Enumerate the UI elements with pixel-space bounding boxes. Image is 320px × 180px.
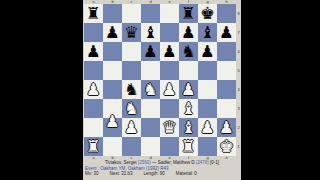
square-a6[interactable]: ♟ xyxy=(84,42,103,61)
white-rook-piece: ♜ xyxy=(179,137,198,156)
black-pawn-piece: ♟ xyxy=(84,42,103,61)
square-b4[interactable] xyxy=(103,80,122,99)
white-bishop-piece: ♝ xyxy=(179,118,198,137)
white-pawn-piece: ♟ xyxy=(160,80,179,99)
square-a7[interactable] xyxy=(84,23,103,42)
white-pawn-piece: ♟ xyxy=(84,80,103,99)
black-bishop-piece: ♝ xyxy=(198,23,217,42)
square-d2[interactable] xyxy=(141,118,160,137)
white-bishop-piece: ♝ xyxy=(179,99,198,118)
square-h1[interactable]: ♚ xyxy=(217,137,236,156)
black-rook-piece: ♜ xyxy=(179,4,198,23)
square-g6[interactable]: ♟ xyxy=(198,42,217,61)
black-player-rating: (2470) xyxy=(196,160,209,165)
square-h6[interactable] xyxy=(217,42,236,61)
move-counter: Mv: 30 xyxy=(85,171,99,177)
rank-label-2: 2 xyxy=(236,125,241,130)
white-king-piece: ♚ xyxy=(217,137,236,156)
square-f3[interactable]: ♝ xyxy=(179,99,198,118)
square-c7[interactable]: ♛ xyxy=(122,23,141,42)
white-pawn-piece: ♟ xyxy=(198,118,217,137)
square-h2[interactable]: ♟ xyxy=(217,118,236,137)
square-b7[interactable]: ♟ xyxy=(103,23,122,42)
square-g8[interactable]: ♚ xyxy=(198,4,217,23)
white-knight-piece: ♞ xyxy=(122,99,141,118)
square-f8[interactable]: ♜ xyxy=(179,4,198,23)
square-e2[interactable]: ♛ xyxy=(160,118,179,137)
square-d7[interactable]: ♝ xyxy=(141,23,160,42)
white-player-name: Tiviakov, Sergei xyxy=(105,160,137,165)
square-f5[interactable] xyxy=(179,61,198,80)
chess-board[interactable]: ♜♜♚♟♛♝♟♝♟♟♟♟♞♟♟♞♞♟♟♞♝♟♟♛♝♟♟♜♜♚ xyxy=(84,4,236,156)
square-d8[interactable] xyxy=(141,4,160,23)
status-line: Mv: 30 Next: 31.b3 Length: 90 Material: … xyxy=(85,171,239,177)
square-d3[interactable] xyxy=(141,99,160,118)
square-c1[interactable] xyxy=(122,137,141,156)
white-knight-piece: ♞ xyxy=(141,80,160,99)
square-e5[interactable] xyxy=(160,61,179,80)
game-result: [0-1] xyxy=(210,160,219,165)
square-c8[interactable] xyxy=(122,4,141,23)
white-pawn-piece: ♟ xyxy=(179,80,198,99)
square-d6[interactable]: ♟ xyxy=(141,42,160,61)
black-rook-piece: ♜ xyxy=(84,4,103,23)
square-h4[interactable] xyxy=(217,80,236,99)
square-h7[interactable]: ♟ xyxy=(217,23,236,42)
players-separator: — xyxy=(152,160,157,165)
chess-gui-panel: abcdefgh ♜♜♚♟♛♝♟♝♟♟♟♟♞♟♟♞♞♟♟♞♝♟♟♛♝♟♟♜♜♚ … xyxy=(83,0,241,180)
material-balance: Material: 0 xyxy=(176,171,197,177)
square-f1[interactable]: ♜ xyxy=(179,137,198,156)
square-f2[interactable]: ♝ xyxy=(179,118,198,137)
black-king-piece: ♚ xyxy=(198,4,217,23)
game-caption: Tiviakov, Sergei (2560) — Sadler, Matthe… xyxy=(85,160,239,176)
square-g3[interactable] xyxy=(198,99,217,118)
rank-label-5: 5 xyxy=(236,68,241,73)
square-h8[interactable] xyxy=(217,4,236,23)
square-e6[interactable]: ♟ xyxy=(160,42,179,61)
next-move: Next: 31.b3 xyxy=(110,171,133,177)
square-g7[interactable]: ♝ xyxy=(198,23,217,42)
square-a3[interactable] xyxy=(84,99,103,118)
square-h5[interactable] xyxy=(217,61,236,80)
square-a5[interactable] xyxy=(84,61,103,80)
square-c4[interactable]: ♞ xyxy=(122,80,141,99)
black-pawn-piece: ♟ xyxy=(160,42,179,61)
square-c6[interactable] xyxy=(122,42,141,61)
black-knight-piece: ♞ xyxy=(179,42,198,61)
square-f6[interactable]: ♞ xyxy=(179,42,198,61)
square-g1[interactable] xyxy=(198,137,217,156)
square-a8[interactable]: ♜ xyxy=(84,4,103,23)
square-e7[interactable] xyxy=(160,23,179,42)
black-queen-piece: ♛ xyxy=(122,23,141,42)
black-pawn-piece: ♟ xyxy=(217,23,236,42)
square-g2[interactable]: ♟ xyxy=(198,118,217,137)
square-e3[interactable] xyxy=(160,99,179,118)
square-g4[interactable] xyxy=(198,80,217,99)
square-c2[interactable]: ♟ xyxy=(122,118,141,137)
square-e4[interactable]: ♟ xyxy=(160,80,179,99)
black-pawn-piece: ♟ xyxy=(103,23,122,42)
square-a1[interactable]: ♜ xyxy=(84,137,103,156)
players-line: Tiviakov, Sergei (2560) — Sadler, Matthe… xyxy=(85,160,239,166)
white-pawn-piece: ♟ xyxy=(122,118,141,137)
rank-label-4: 4 xyxy=(236,87,241,92)
white-pawn-piece: ♟ xyxy=(217,118,236,137)
square-d4[interactable]: ♞ xyxy=(141,80,160,99)
square-c3[interactable]: ♞ xyxy=(122,99,141,118)
rank-labels-right: 87654321 xyxy=(236,4,241,156)
rank-label-1: 1 xyxy=(236,144,241,149)
black-pawn-piece: ♟ xyxy=(141,42,160,61)
square-e8[interactable] xyxy=(160,4,179,23)
rank-label-6: 6 xyxy=(236,49,241,54)
black-bishop-piece: ♝ xyxy=(141,23,160,42)
white-pawn-piece: ♟ xyxy=(103,112,122,131)
black-pawn-piece: ♟ xyxy=(179,23,198,42)
white-player-rating: (2560) xyxy=(138,160,151,165)
video-frame: abcdefgh ♜♜♚♟♛♝♟♝♟♟♟♟♞♟♟♞♞♟♟♞♝♟♟♛♝♟♟♜♜♚ … xyxy=(0,0,320,180)
square-b8[interactable] xyxy=(103,4,122,23)
square-b1[interactable] xyxy=(103,137,122,156)
rank-label-3: 3 xyxy=(236,106,241,111)
black-knight-piece: ♞ xyxy=(122,80,141,99)
square-b6[interactable] xyxy=(103,42,122,61)
game-length: Length: 90 xyxy=(144,171,165,177)
square-f7[interactable]: ♟ xyxy=(179,23,198,42)
square-f4[interactable]: ♟ xyxy=(179,80,198,99)
white-rook-piece: ♜ xyxy=(84,137,103,156)
rank-label-8: 8 xyxy=(236,11,241,16)
square-d5[interactable] xyxy=(141,61,160,80)
black-player-name: Sadler, Matthew D xyxy=(158,160,195,165)
square-b5[interactable] xyxy=(103,61,122,80)
square-a2[interactable] xyxy=(84,118,103,137)
square-g5[interactable] xyxy=(198,61,217,80)
black-pawn-piece: ♟ xyxy=(198,42,217,61)
white-queen-piece: ♛ xyxy=(160,118,179,137)
square-a4[interactable]: ♟ xyxy=(84,80,103,99)
square-c5[interactable] xyxy=(122,61,141,80)
square-d1[interactable] xyxy=(141,137,160,156)
square-e1[interactable] xyxy=(160,137,179,156)
rank-label-7: 7 xyxy=(236,30,241,35)
square-b2[interactable]: ♟ xyxy=(103,118,122,137)
square-h3[interactable] xyxy=(217,99,236,118)
